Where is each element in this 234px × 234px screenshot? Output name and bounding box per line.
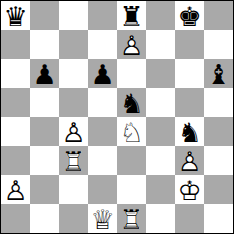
square-f6[interactable]: [146, 59, 175, 88]
square-e5[interactable]: ♞: [117, 88, 146, 117]
square-c4[interactable]: ♟♙: [59, 117, 88, 146]
square-d6[interactable]: ♟: [88, 59, 117, 88]
square-b7[interactable]: [30, 30, 59, 59]
square-f8[interactable]: [146, 1, 175, 30]
square-g5[interactable]: [175, 88, 204, 117]
square-d7[interactable]: [88, 30, 117, 59]
black-king: ♚: [177, 2, 201, 29]
square-d8[interactable]: [88, 1, 117, 30]
square-e6[interactable]: [117, 59, 146, 88]
square-f3[interactable]: [146, 146, 175, 175]
square-e1[interactable]: ♜♖: [117, 204, 146, 233]
square-b3[interactable]: [30, 146, 59, 175]
white-rook: ♖: [61, 147, 85, 174]
square-c1[interactable]: [59, 204, 88, 233]
black-rook: ♜: [119, 2, 143, 29]
black-knight: ♞: [119, 89, 143, 116]
square-e7[interactable]: ♟♙: [117, 30, 146, 59]
chess-board: ♛♜♚♟♙♟♟♝♞♟♙♞♘♞♜♖♟♙♟♙♚♔♛♕♜♖: [0, 0, 234, 234]
square-h8[interactable]: [204, 1, 233, 30]
square-h4[interactable]: [204, 117, 233, 146]
square-c3[interactable]: ♜♖: [59, 146, 88, 175]
square-f4[interactable]: [146, 117, 175, 146]
white-knight-fill: ♞: [119, 118, 143, 145]
square-e2[interactable]: [117, 175, 146, 204]
white-pawn-fill: ♟: [177, 147, 201, 174]
square-g3[interactable]: ♟♙: [175, 146, 204, 175]
square-d4[interactable]: [88, 117, 117, 146]
black-pawn: ♟: [90, 60, 114, 87]
white-king: ♔: [177, 176, 201, 203]
white-knight: ♘: [119, 118, 143, 145]
square-g2[interactable]: ♚♔: [175, 175, 204, 204]
square-h6[interactable]: ♝: [204, 59, 233, 88]
square-h3[interactable]: [204, 146, 233, 175]
square-a3[interactable]: [1, 146, 30, 175]
square-e3[interactable]: [117, 146, 146, 175]
square-f5[interactable]: [146, 88, 175, 117]
square-f7[interactable]: [146, 30, 175, 59]
white-pawn: ♙: [3, 176, 27, 203]
square-h1[interactable]: [204, 204, 233, 233]
white-pawn: ♙: [177, 147, 201, 174]
square-e4[interactable]: ♞♘: [117, 117, 146, 146]
square-d1[interactable]: ♛♕: [88, 204, 117, 233]
square-c2[interactable]: [59, 175, 88, 204]
white-pawn-fill: ♟: [61, 118, 85, 145]
white-rook: ♖: [119, 205, 143, 232]
white-queen: ♕: [90, 205, 114, 232]
square-h5[interactable]: [204, 88, 233, 117]
square-a7[interactable]: [1, 30, 30, 59]
square-g1[interactable]: [175, 204, 204, 233]
square-g4[interactable]: ♞: [175, 117, 204, 146]
square-c7[interactable]: [59, 30, 88, 59]
black-pawn: ♟: [32, 60, 56, 87]
square-h2[interactable]: [204, 175, 233, 204]
square-c6[interactable]: [59, 59, 88, 88]
square-a8[interactable]: ♛: [1, 1, 30, 30]
black-bishop: ♝: [206, 60, 230, 87]
white-rook-fill: ♜: [61, 147, 85, 174]
square-d5[interactable]: [88, 88, 117, 117]
square-a5[interactable]: [1, 88, 30, 117]
square-a4[interactable]: [1, 117, 30, 146]
square-c8[interactable]: [59, 1, 88, 30]
black-knight: ♞: [177, 118, 201, 145]
square-b2[interactable]: [30, 175, 59, 204]
square-b1[interactable]: [30, 204, 59, 233]
square-b4[interactable]: [30, 117, 59, 146]
white-pawn-fill: ♟: [119, 31, 143, 58]
square-h7[interactable]: [204, 30, 233, 59]
square-g8[interactable]: ♚: [175, 1, 204, 30]
square-f1[interactable]: [146, 204, 175, 233]
square-d2[interactable]: [88, 175, 117, 204]
square-a6[interactable]: [1, 59, 30, 88]
white-pawn: ♙: [61, 118, 85, 145]
square-b5[interactable]: [30, 88, 59, 117]
square-b6[interactable]: ♟: [30, 59, 59, 88]
white-queen-fill: ♛: [90, 205, 114, 232]
square-d3[interactable]: [88, 146, 117, 175]
square-g6[interactable]: [175, 59, 204, 88]
white-king-fill: ♚: [177, 176, 201, 203]
white-rook-fill: ♜: [119, 205, 143, 232]
square-a2[interactable]: ♟♙: [1, 175, 30, 204]
square-e8[interactable]: ♜: [117, 1, 146, 30]
square-c5[interactable]: [59, 88, 88, 117]
white-pawn: ♙: [119, 31, 143, 58]
square-a1[interactable]: [1, 204, 30, 233]
square-g7[interactable]: [175, 30, 204, 59]
black-queen: ♛: [3, 2, 27, 29]
square-b8[interactable]: [30, 1, 59, 30]
white-pawn-fill: ♟: [3, 176, 27, 203]
square-f2[interactable]: [146, 175, 175, 204]
